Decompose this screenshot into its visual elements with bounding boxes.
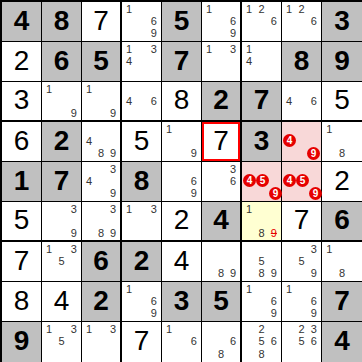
empty-mark-slot: [256, 163, 269, 174]
empty-mark-slot: [268, 203, 280, 215]
pencil-marks: 18: [323, 243, 361, 280]
cell-r4c8[interactable]: 49: [282, 122, 322, 162]
empty-mark-slot: [255, 295, 267, 307]
empty-mark-slot: [215, 243, 227, 255]
given-digit: 8: [134, 167, 150, 195]
candidate-9: 9: [68, 107, 80, 119]
empty-mark-slot: [243, 255, 255, 267]
given-digit: 5: [174, 7, 190, 35]
empty-mark-slot: [148, 68, 160, 80]
empty-mark-slot: [296, 123, 307, 134]
cell-r8c5[interactable]: 3: [162, 282, 202, 322]
cell-r7c4[interactable]: 2: [122, 242, 162, 282]
cell-r6c8[interactable]: 7: [282, 202, 322, 242]
cell-r6c5[interactable]: 2: [162, 202, 202, 242]
pencil-marks: 189: [243, 203, 280, 239]
pencil-marks: 68: [203, 323, 239, 361]
cell-r4c3[interactable]: 489: [82, 122, 122, 162]
empty-mark-slot: [43, 255, 55, 267]
cell-r6c9[interactable]: 6: [322, 202, 362, 242]
empty-mark-slot: [43, 215, 55, 227]
cell-r9c7[interactable]: 2568: [242, 322, 282, 362]
candidate-1: 1: [43, 323, 55, 336]
pencil-marks: 169: [283, 283, 320, 320]
cell-r9c6[interactable]: 68: [202, 322, 242, 362]
empty-mark-slot: [55, 215, 67, 227]
empty-mark-slot: [148, 83, 160, 95]
empty-mark-slot: [135, 83, 147, 95]
empty-mark-slot: [308, 83, 320, 95]
cell-r1c8[interactable]: 126: [282, 2, 322, 42]
solved-digit: 5: [334, 86, 350, 114]
cell-r1c5[interactable]: 5: [162, 2, 202, 42]
pencil-marks: 19: [163, 123, 200, 160]
cell-r7c9[interactable]: 18: [322, 242, 362, 282]
cell-r1c2[interactable]: 8: [42, 2, 82, 42]
empty-mark-slot: [308, 107, 320, 119]
cell-r3c7[interactable]: 7: [242, 82, 282, 122]
cell-r7c8[interactable]: 359: [282, 242, 322, 282]
empty-mark-slot: [215, 15, 227, 27]
cell-r4c9[interactable]: 18: [322, 122, 362, 162]
empty-mark-slot: [107, 83, 119, 95]
cell-r2c6[interactable]: 13: [202, 42, 242, 82]
cell-r3c8[interactable]: 46: [282, 82, 322, 122]
pencil-marks: 14: [243, 43, 280, 80]
empty-mark-slot: [323, 135, 336, 147]
candidate-1: 1: [283, 283, 295, 295]
pencil-marks: 69: [163, 163, 200, 200]
candidate-8: 8: [336, 268, 349, 280]
empty-mark-slot: [215, 55, 227, 67]
pencil-marks: 134: [123, 43, 160, 80]
empty-mark-slot: [243, 15, 255, 27]
empty-mark-slot: [283, 348, 295, 361]
candidate-1: 1: [323, 243, 336, 255]
candidate-1: 1: [283, 3, 295, 15]
empty-mark-slot: [203, 68, 215, 80]
circled-candidate-9: 9: [307, 147, 320, 160]
empty-mark-slot: [95, 175, 107, 187]
empty-mark-slot: [83, 148, 95, 160]
empty-mark-slot: [348, 148, 361, 160]
solved-digit: 8: [174, 86, 190, 114]
empty-mark-slot: [135, 308, 147, 320]
candidate-4: 4: [283, 95, 295, 107]
empty-mark-slot: [107, 95, 119, 107]
solved-digit: 2: [174, 206, 190, 234]
cell-r4c6[interactable]: 7: [202, 122, 242, 162]
cell-r7c3[interactable]: 6: [82, 242, 122, 282]
cell-r9c9[interactable]: 4: [322, 322, 362, 362]
cell-r8c6[interactable]: 5: [202, 282, 242, 322]
empty-mark-slot: [135, 283, 147, 295]
candidate-2: 2: [255, 323, 267, 336]
empty-mark-slot: [203, 255, 215, 267]
cell-r1c1[interactable]: 4: [2, 2, 42, 42]
cell-r4c7[interactable]: 3: [242, 122, 282, 162]
cell-r2c2[interactable]: 6: [42, 42, 82, 82]
cell-r9c1[interactable]: 9: [2, 322, 42, 362]
cell-r3c9[interactable]: 5: [322, 82, 362, 122]
empty-mark-slot: [175, 123, 187, 135]
cell-r5c5[interactable]: 69: [162, 162, 202, 202]
candidate-1: 1: [163, 123, 175, 135]
empty-mark-slot: [95, 95, 107, 107]
empty-mark-slot: [55, 203, 67, 215]
cell-r8c2[interactable]: 4: [42, 282, 82, 322]
cell-r2c7[interactable]: 14: [242, 42, 282, 82]
empty-mark-slot: [348, 255, 361, 267]
cell-r2c5[interactable]: 7: [162, 42, 202, 82]
empty-mark-slot: [243, 295, 255, 307]
cell-r6c1[interactable]: 5: [2, 202, 42, 242]
candidate-1: 1: [163, 323, 175, 336]
cell-r5c4[interactable]: 8: [122, 162, 162, 202]
candidate-9: 9: [148, 28, 160, 40]
cell-r8c8[interactable]: 169: [282, 282, 322, 322]
empty-mark-slot: [243, 28, 255, 40]
empty-mark-slot: [175, 336, 187, 349]
empty-mark-slot: [296, 134, 307, 147]
candidate-1: 1: [123, 43, 135, 55]
cell-r2c4[interactable]: 134: [122, 42, 162, 82]
empty-mark-slot: [215, 28, 227, 40]
empty-mark-slot: [55, 243, 67, 255]
empty-mark-slot: [203, 15, 215, 27]
pencil-marks: 459: [243, 163, 280, 200]
candidate-3: 3: [227, 163, 239, 175]
empty-mark-slot: [215, 163, 227, 175]
circled-candidate-4: 4: [243, 174, 256, 187]
given-digit: 6: [54, 47, 70, 75]
empty-mark-slot: [296, 147, 307, 160]
pencil-marks: 126: [283, 3, 320, 40]
pencil-marks: 39: [43, 203, 80, 239]
candidate-9: 9: [227, 268, 239, 280]
pencil-marks: 589: [243, 243, 280, 280]
empty-mark-slot: [307, 134, 320, 147]
empty-mark-slot: [68, 348, 80, 361]
cell-r9c3[interactable]: 13: [82, 322, 122, 362]
empty-mark-slot: [283, 15, 295, 27]
cell-r8c7[interactable]: 169: [242, 282, 282, 322]
empty-mark-slot: [107, 348, 119, 361]
empty-mark-slot: [68, 215, 80, 227]
given-digit: 3: [174, 287, 190, 315]
empty-mark-slot: [55, 227, 67, 239]
empty-mark-slot: [308, 28, 320, 40]
given-digit: 4: [334, 327, 350, 355]
cell-r9c8[interactable]: 2356: [282, 322, 322, 362]
cell-r3c6[interactable]: 2: [202, 82, 242, 122]
empty-mark-slot: [283, 268, 295, 280]
empty-mark-slot: [203, 188, 215, 200]
empty-mark-slot: [43, 348, 55, 361]
empty-mark-slot: [295, 268, 307, 280]
cell-r5c7[interactable]: 459: [242, 162, 282, 202]
empty-mark-slot: [203, 336, 215, 349]
cell-r7c6[interactable]: 89: [202, 242, 242, 282]
given-digit: 9: [334, 47, 350, 75]
empty-mark-slot: [55, 348, 67, 361]
empty-mark-slot: [55, 107, 67, 119]
empty-mark-slot: [188, 123, 200, 135]
pencil-marks: 389: [83, 203, 119, 239]
empty-mark-slot: [295, 15, 307, 27]
empty-mark-slot: [95, 107, 107, 119]
empty-mark-slot: [83, 107, 95, 119]
candidate-5: 5: [55, 336, 67, 349]
cell-r8c3[interactable]: 2: [82, 282, 122, 322]
empty-mark-slot: [135, 3, 147, 15]
empty-mark-slot: [135, 295, 147, 307]
empty-mark-slot: [296, 163, 309, 174]
empty-mark-slot: [83, 215, 95, 227]
cell-r1c9[interactable]: 3: [322, 2, 362, 42]
empty-mark-slot: [43, 203, 55, 215]
solved-digit: 3: [14, 86, 30, 114]
solved-digit: 5: [134, 127, 150, 155]
cell-r5c1[interactable]: 1: [2, 162, 42, 202]
pencil-marks: 135: [43, 243, 80, 280]
cell-r6c7[interactable]: 189: [242, 202, 282, 242]
empty-mark-slot: [348, 268, 361, 280]
candidate-9: 9: [107, 107, 119, 119]
pencil-marks: 135: [43, 323, 80, 361]
cell-r5c8[interactable]: 459: [282, 162, 322, 202]
cell-r4c2[interactable]: 2: [42, 122, 82, 162]
cell-r2c8[interactable]: 8: [282, 42, 322, 82]
empty-mark-slot: [123, 15, 135, 27]
cell-r5c3[interactable]: 349: [82, 162, 122, 202]
cell-r5c6[interactable]: 36: [202, 162, 242, 202]
candidate-1: 1: [123, 3, 135, 15]
empty-mark-slot: [283, 107, 295, 119]
given-digit: 1: [14, 167, 30, 195]
empty-mark-slot: [255, 283, 267, 295]
candidate-1: 1: [323, 123, 336, 135]
empty-mark-slot: [163, 135, 175, 147]
empty-mark-slot: [107, 135, 119, 147]
given-digit: 2: [54, 127, 70, 155]
cell-r4c1[interactable]: 6: [2, 122, 42, 162]
empty-mark-slot: [269, 174, 282, 187]
empty-mark-slot: [55, 83, 67, 95]
empty-mark-slot: [95, 83, 107, 95]
empty-mark-slot: [148, 283, 160, 295]
cell-r2c3[interactable]: 5: [82, 42, 122, 82]
empty-mark-slot: [268, 43, 280, 55]
empty-mark-slot: [135, 215, 147, 227]
empty-mark-slot: [255, 43, 267, 55]
empty-mark-slot: [348, 123, 361, 135]
cell-r6c4[interactable]: 13: [122, 202, 162, 242]
candidate-3: 3: [107, 163, 119, 175]
candidate-5: 5: [295, 336, 307, 349]
candidate-1: 1: [203, 3, 215, 15]
cell-r2c9[interactable]: 9: [322, 42, 362, 82]
empty-mark-slot: [283, 28, 295, 40]
cell-r6c6[interactable]: 4: [202, 202, 242, 242]
candidate-9: 9: [188, 188, 200, 200]
empty-mark-slot: [148, 215, 160, 227]
empty-mark-slot: [203, 348, 215, 361]
cell-r4c5[interactable]: 19: [162, 122, 202, 162]
empty-mark-slot: [268, 55, 280, 67]
given-digit: 8: [294, 47, 310, 75]
candidate-2: 2: [295, 323, 307, 336]
pencil-marks: 169: [243, 283, 280, 320]
empty-mark-slot: [295, 308, 307, 320]
cell-r7c7[interactable]: 589: [242, 242, 282, 282]
empty-mark-slot: [227, 3, 239, 15]
eliminated-candidate-9: 9: [268, 227, 280, 239]
empty-mark-slot: [135, 55, 147, 67]
given-digit: 3: [254, 127, 270, 155]
empty-mark-slot: [308, 283, 320, 295]
candidate-6: 6: [188, 175, 200, 187]
empty-mark-slot: [296, 187, 309, 200]
cell-r3c2[interactable]: 19: [42, 82, 82, 122]
candidate-8: 8: [95, 227, 107, 239]
empty-mark-slot: [307, 123, 320, 134]
candidate-9: 9: [188, 148, 200, 160]
given-digit: 7: [254, 86, 270, 114]
empty-mark-slot: [83, 348, 95, 361]
empty-mark-slot: [283, 83, 295, 95]
empty-mark-slot: [348, 135, 361, 147]
cell-r1c7[interactable]: 126: [242, 2, 282, 42]
cell-r3c4[interactable]: 46: [122, 82, 162, 122]
empty-mark-slot: [148, 55, 160, 67]
given-digit: 5: [93, 47, 109, 75]
empty-mark-slot: [255, 55, 267, 67]
cell-r8c9[interactable]: 7: [322, 282, 362, 322]
empty-mark-slot: [295, 283, 307, 295]
solved-digit: 7: [294, 206, 310, 234]
cell-r1c3[interactable]: 7: [82, 2, 122, 42]
candidate-5: 5: [55, 255, 67, 267]
empty-mark-slot: [268, 68, 280, 80]
cell-r3c3[interactable]: 19: [82, 82, 122, 122]
candidate-3: 3: [308, 243, 320, 255]
cell-r7c2[interactable]: 135: [42, 242, 82, 282]
given-digit: 2: [93, 287, 109, 315]
empty-mark-slot: [148, 227, 160, 239]
empty-mark-slot: [308, 348, 320, 361]
cell-r7c1[interactable]: 7: [2, 242, 42, 282]
candidate-8: 8: [255, 348, 267, 361]
empty-mark-slot: [95, 348, 107, 361]
pencil-marks: 49: [283, 123, 320, 160]
candidate-6: 6: [308, 295, 320, 307]
cell-r8c4[interactable]: 169: [122, 282, 162, 322]
cell-r9c2[interactable]: 135: [42, 322, 82, 362]
empty-mark-slot: [255, 15, 267, 27]
candidate-3: 3: [227, 43, 239, 55]
cell-r8c1[interactable]: 8: [2, 282, 42, 322]
empty-mark-slot: [255, 28, 267, 40]
empty-mark-slot: [135, 95, 147, 107]
empty-mark-slot: [55, 323, 67, 336]
empty-mark-slot: [295, 83, 307, 95]
empty-mark-slot: [323, 148, 336, 160]
candidate-3: 3: [308, 323, 320, 336]
cell-r6c2[interactable]: 39: [42, 202, 82, 242]
cell-r5c9[interactable]: 2: [322, 162, 362, 202]
empty-mark-slot: [268, 323, 280, 336]
empty-mark-slot: [323, 255, 336, 267]
candidate-6: 6: [227, 175, 239, 187]
empty-mark-slot: [268, 3, 280, 15]
cell-r6c3[interactable]: 389: [82, 202, 122, 242]
empty-mark-slot: [175, 188, 187, 200]
empty-mark-slot: [243, 348, 255, 361]
cell-r9c5[interactable]: 16: [162, 322, 202, 362]
empty-mark-slot: [203, 163, 215, 175]
cell-r7c5[interactable]: 4: [162, 242, 202, 282]
cell-r1c6[interactable]: 169: [202, 2, 242, 42]
empty-mark-slot: [83, 227, 95, 239]
empty-mark-slot: [309, 163, 322, 174]
candidate-9: 9: [308, 268, 320, 280]
candidate-8: 8: [255, 268, 267, 280]
candidate-1: 1: [243, 43, 255, 55]
empty-mark-slot: [175, 163, 187, 175]
empty-mark-slot: [123, 295, 135, 307]
empty-mark-slot: [175, 175, 187, 187]
cell-r3c5[interactable]: 8: [162, 82, 202, 122]
candidate-3: 3: [148, 203, 160, 215]
empty-mark-slot: [95, 203, 107, 215]
cell-r3c1[interactable]: 3: [2, 82, 42, 122]
cell-r2c1[interactable]: 2: [2, 42, 42, 82]
candidate-6: 6: [308, 15, 320, 27]
candidate-5: 5: [295, 255, 307, 267]
cell-r5c2[interactable]: 7: [42, 162, 82, 202]
circled-candidate-9: 9: [309, 187, 322, 200]
empty-mark-slot: [295, 243, 307, 255]
empty-mark-slot: [283, 295, 295, 307]
empty-mark-slot: [268, 28, 280, 40]
empty-mark-slot: [135, 107, 147, 119]
cell-r9c4[interactable]: 7: [122, 322, 162, 362]
empty-mark-slot: [227, 55, 239, 67]
empty-mark-slot: [148, 107, 160, 119]
pencil-marks: 2356: [283, 323, 320, 361]
cell-r4c4[interactable]: 5: [122, 122, 162, 162]
given-digit: 7: [54, 167, 70, 195]
pencil-marks: 89: [203, 243, 239, 280]
empty-mark-slot: [83, 336, 95, 349]
empty-mark-slot: [255, 243, 267, 255]
empty-mark-slot: [163, 163, 175, 175]
empty-mark-slot: [68, 255, 80, 267]
empty-mark-slot: [243, 163, 256, 174]
candidate-9: 9: [268, 268, 280, 280]
given-digit: 7: [334, 287, 350, 315]
empty-mark-slot: [163, 175, 175, 187]
empty-mark-slot: [123, 308, 135, 320]
empty-mark-slot: [215, 336, 227, 349]
candidate-6: 6: [268, 295, 280, 307]
empty-mark-slot: [175, 323, 187, 336]
cell-r1c4[interactable]: 169: [122, 2, 162, 42]
empty-mark-slot: [256, 187, 269, 200]
empty-mark-slot: [215, 175, 227, 187]
empty-mark-slot: [95, 323, 107, 336]
